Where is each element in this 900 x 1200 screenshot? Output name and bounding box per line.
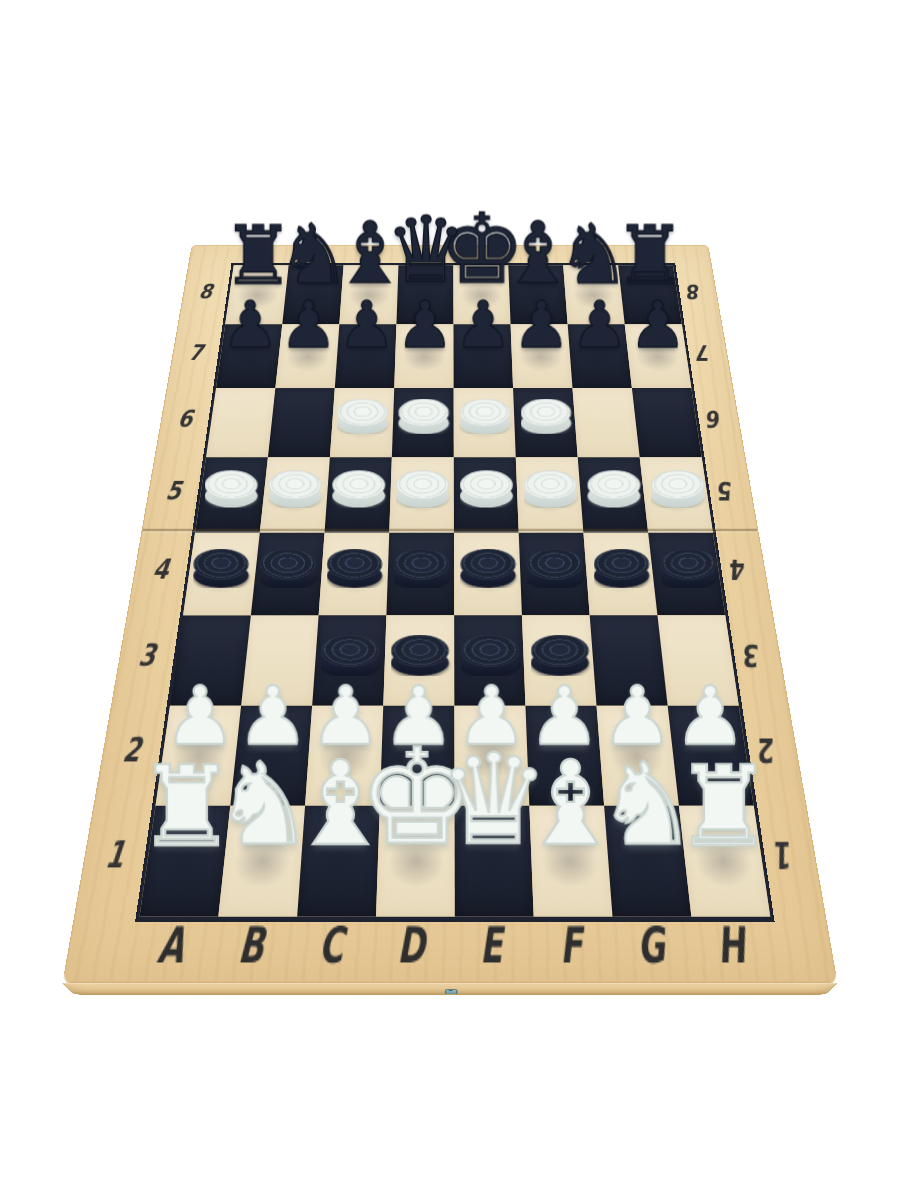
- checker-rings-icon: [193, 548, 248, 579]
- rank-label-right-7: 7: [677, 321, 732, 385]
- black-checker: [460, 548, 515, 587]
- square-f4: [519, 533, 590, 615]
- white-checker: [459, 470, 512, 507]
- white-checker: [268, 470, 321, 507]
- black-checker: [660, 548, 715, 587]
- checker-rings-icon: [268, 470, 321, 499]
- white-checker: [523, 470, 576, 507]
- square-d5: [389, 457, 454, 532]
- square-a7: ♟: [216, 324, 282, 388]
- file-label-f: F: [530, 908, 614, 982]
- checker-rings-icon: [326, 548, 381, 579]
- black-pawn: ♟: [337, 294, 395, 355]
- black-checker: [193, 548, 248, 587]
- black-pawn: ♟: [570, 294, 628, 355]
- square-e1: ♛: [455, 806, 534, 917]
- square-e7: ♟: [454, 324, 514, 388]
- square-f6: [513, 388, 578, 457]
- checker-rings-icon: [398, 398, 449, 426]
- rank-label-left-7: 7: [168, 321, 223, 385]
- white-queen: ♛: [437, 741, 549, 860]
- square-a1: ♜: [140, 806, 231, 917]
- file-label-h: H: [687, 908, 776, 982]
- white-rook: ♜: [674, 754, 774, 859]
- black-pawn: ♟: [396, 294, 454, 355]
- checker-rings-icon: [396, 470, 449, 499]
- checker-rings-icon: [526, 548, 581, 579]
- square-a5: [195, 457, 268, 532]
- checker-rings-icon: [393, 548, 448, 579]
- white-checker: [520, 398, 571, 434]
- file-label-e: E: [451, 908, 532, 982]
- checker-rings-icon: [320, 634, 378, 666]
- checker-rings-icon: [593, 548, 648, 579]
- file-label-d: D: [370, 908, 451, 982]
- black-pawn: ♟: [221, 294, 279, 355]
- checker-rings-icon: [390, 634, 448, 666]
- product-photo-scene: ♜♞♝♛♚♝♞♜♟♟♟♟♟♟♟♟♟♟♟♟♟♟♟♟♜♞♝♚♛♝♞♜ ABCDEFG…: [0, 0, 900, 1200]
- square-g6: [572, 388, 639, 457]
- rank-label-right-8: 8: [668, 263, 720, 322]
- square-e6: [454, 388, 516, 457]
- rank-label-left-6: 6: [156, 385, 214, 454]
- square-c6: [330, 388, 394, 457]
- board-play-area: ♜♞♝♛♚♝♞♜♟♟♟♟♟♟♟♟♟♟♟♟♟♟♟♟♜♞♝♚♛♝♞♜: [135, 263, 775, 922]
- board-wood-surface: ♜♞♝♛♚♝♞♜♟♟♟♟♟♟♟♟♟♟♟♟♟♟♟♟♜♞♝♚♛♝♞♜ ABCDEFG…: [62, 245, 837, 984]
- file-labels: ABCDEFGH: [126, 908, 776, 982]
- checker-rings-icon: [260, 548, 315, 579]
- board-fold-seam: [142, 529, 757, 531]
- white-checker: [332, 470, 385, 507]
- black-checker: [260, 548, 315, 587]
- checker-rings-icon: [332, 470, 385, 499]
- black-rook: ♜: [221, 217, 294, 294]
- white-checker: [651, 470, 704, 507]
- square-f7: ♟: [511, 324, 573, 388]
- checker-rings-icon: [337, 398, 388, 426]
- checker-rings-icon: [460, 634, 518, 666]
- black-checker: [326, 548, 381, 587]
- checker-rings-icon: [523, 470, 576, 499]
- checker-rings-icon: [660, 548, 715, 579]
- chess-board: ♜♞♝♛♚♝♞♜♟♟♟♟♟♟♟♟♟♟♟♟♟♟♟♟♜♞♝♚♛♝♞♜ ABCDEFG…: [62, 245, 837, 984]
- square-c5: [325, 457, 392, 532]
- square-c7: ♟: [335, 324, 397, 388]
- square-g4: [583, 533, 657, 615]
- black-checker: [593, 548, 648, 587]
- board-front-edge: [62, 983, 837, 995]
- checker-rings-icon: [520, 398, 571, 426]
- white-checker: [204, 470, 257, 507]
- square-c4: [319, 533, 390, 615]
- perspective-stage: ♜♞♝♛♚♝♞♜♟♟♟♟♟♟♟♟♟♟♟♟♟♟♟♟♜♞♝♚♛♝♞♜ ABCDEFG…: [0, 0, 900, 1200]
- black-checker: [526, 548, 581, 587]
- checker-rings-icon: [651, 470, 704, 499]
- white-checker: [459, 398, 510, 434]
- square-h4: [648, 533, 725, 615]
- checker-rings-icon: [204, 470, 257, 499]
- black-queen: ♛: [385, 208, 467, 295]
- white-checker: [337, 398, 388, 434]
- square-a4: [183, 533, 260, 615]
- square-b5: [260, 457, 330, 532]
- checker-rings-icon: [459, 398, 510, 426]
- file-label-g: G: [608, 908, 695, 982]
- rank-label-right-6: 6: [686, 385, 744, 454]
- square-b4: [251, 533, 325, 615]
- white-checker: [587, 470, 640, 507]
- file-label-a: A: [126, 908, 215, 982]
- metal-clasp: [445, 989, 457, 994]
- square-f5: [516, 457, 584, 532]
- square-g5: [578, 457, 648, 532]
- file-label-b: B: [208, 908, 295, 982]
- white-checker: [396, 470, 449, 507]
- square-g7: ♟: [568, 324, 632, 388]
- rank-label-right-5: 5: [696, 454, 757, 529]
- checker-rings-icon: [460, 548, 515, 579]
- checker-rings-icon: [587, 470, 640, 499]
- square-d6: [392, 388, 454, 457]
- black-pawn: ♟: [454, 294, 512, 355]
- black-pawn: ♟: [279, 294, 337, 355]
- square-d7: ♟: [394, 324, 453, 388]
- square-b7: ♟: [275, 324, 339, 388]
- square-e4: [454, 533, 522, 615]
- square-e5: [454, 457, 519, 532]
- file-label-c: C: [289, 908, 373, 982]
- square-a6: [206, 388, 275, 457]
- checker-rings-icon: [459, 470, 512, 499]
- black-pawn: ♟: [512, 294, 570, 355]
- black-checker: [393, 548, 448, 587]
- white-checker: [398, 398, 449, 434]
- white-rook: ♜: [136, 754, 236, 859]
- checker-rings-icon: [530, 634, 588, 666]
- square-b6: [268, 388, 335, 457]
- square-d4: [386, 533, 454, 615]
